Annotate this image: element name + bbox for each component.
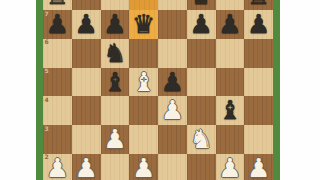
square-a8[interactable]: 8♜ [43, 0, 72, 10]
square-c2[interactable] [101, 154, 130, 180]
square-h6[interactable] [244, 39, 273, 68]
square-b6[interactable] [72, 39, 101, 68]
square-g3[interactable] [216, 125, 245, 154]
square-g8[interactable] [216, 0, 245, 10]
square-e2[interactable] [158, 154, 187, 180]
rank-label-7: 7 [45, 11, 49, 17]
black-bishop-c5[interactable]: ♝ [103, 68, 126, 97]
square-h3[interactable] [244, 125, 273, 154]
square-f3[interactable]: ♞ [187, 125, 216, 154]
page: 8♜♚♜7♟♟♟♛♟♟♟6♞5♝♝♟4♟♝3♟♞2♟♟♟♟♟1 [0, 0, 320, 180]
square-e5[interactable]: ♟ [158, 68, 187, 97]
square-f8[interactable]: ♚ [187, 0, 216, 10]
rank-label-3: 3 [45, 126, 49, 132]
black-pawn-c7[interactable]: ♟ [103, 10, 126, 39]
rank-label-5: 5 [45, 68, 49, 74]
square-a4[interactable]: 4 [43, 96, 72, 125]
square-c3[interactable]: ♟ [101, 125, 130, 154]
square-d3[interactable] [129, 125, 158, 154]
square-e4[interactable]: ♟ [158, 96, 187, 125]
square-e8[interactable] [158, 0, 187, 10]
square-b7[interactable]: ♟ [72, 10, 101, 39]
white-knight-f3[interactable]: ♞ [189, 125, 212, 154]
white-pawn-h2[interactable]: ♟ [247, 154, 270, 180]
square-g7[interactable]: ♟ [216, 10, 245, 39]
square-f7[interactable]: ♟ [187, 10, 216, 39]
square-h2[interactable]: ♟ [244, 154, 273, 180]
square-f2[interactable] [187, 154, 216, 180]
black-queen-d7[interactable]: ♛ [132, 10, 155, 39]
black-pawn-e5[interactable]: ♟ [161, 68, 184, 97]
white-bishop-d5[interactable]: ♝ [132, 68, 155, 97]
square-b8[interactable] [72, 0, 101, 10]
square-c8[interactable] [101, 0, 130, 10]
black-king-f8[interactable]: ♚ [189, 0, 212, 10]
square-a5[interactable]: 5 [43, 68, 72, 97]
square-f4[interactable] [187, 96, 216, 125]
square-h7[interactable]: ♟ [244, 10, 273, 39]
square-d2[interactable]: ♟ [129, 154, 158, 180]
square-e7[interactable] [158, 10, 187, 39]
rank-label-6: 6 [45, 39, 49, 45]
white-pawn-b2[interactable]: ♟ [74, 154, 97, 180]
square-d5[interactable]: ♝ [129, 68, 158, 97]
white-pawn-d2[interactable]: ♟ [132, 154, 155, 180]
white-pawn-a2[interactable]: ♟ [46, 154, 69, 180]
black-knight-c6[interactable]: ♞ [103, 39, 126, 68]
square-h4[interactable] [244, 96, 273, 125]
square-g2[interactable]: ♟ [216, 154, 245, 180]
black-pawn-g7[interactable]: ♟ [218, 10, 241, 39]
black-pawn-b7[interactable]: ♟ [74, 10, 97, 39]
rank-label-4: 4 [45, 97, 49, 103]
square-b3[interactable] [72, 125, 101, 154]
square-a6[interactable]: 6 [43, 39, 72, 68]
black-pawn-h7[interactable]: ♟ [247, 10, 270, 39]
square-b2[interactable]: ♟ [72, 154, 101, 180]
rank-label-2: 2 [45, 154, 49, 160]
square-e6[interactable] [158, 39, 187, 68]
white-pawn-g2[interactable]: ♟ [218, 154, 241, 180]
square-b4[interactable] [72, 96, 101, 125]
square-d7[interactable]: ♛ [129, 10, 158, 39]
square-c7[interactable]: ♟ [101, 10, 130, 39]
square-c6[interactable]: ♞ [101, 39, 130, 68]
square-b5[interactable] [72, 68, 101, 97]
black-rook-a8[interactable]: ♜ [46, 0, 69, 10]
square-h8[interactable]: ♜ [244, 0, 273, 10]
square-f6[interactable] [187, 39, 216, 68]
white-pawn-e4[interactable]: ♟ [161, 96, 184, 125]
square-a3[interactable]: 3 [43, 125, 72, 154]
black-pawn-a7[interactable]: ♟ [46, 10, 69, 39]
square-g6[interactable] [216, 39, 245, 68]
square-e3[interactable] [158, 125, 187, 154]
square-d8[interactable] [129, 0, 158, 10]
chess-board: 8♜♚♜7♟♟♟♛♟♟♟6♞5♝♝♟4♟♝3♟♞2♟♟♟♟♟1 [43, 0, 273, 180]
black-pawn-f7[interactable]: ♟ [189, 10, 212, 39]
square-f5[interactable] [187, 68, 216, 97]
board-viewport: 8♜♚♜7♟♟♟♛♟♟♟6♞5♝♝♟4♟♝3♟♞2♟♟♟♟♟1 [43, 0, 273, 180]
square-a7[interactable]: 7♟ [43, 10, 72, 39]
square-d4[interactable] [129, 96, 158, 125]
square-c4[interactable] [101, 96, 130, 125]
black-bishop-g4[interactable]: ♝ [218, 96, 241, 125]
square-g5[interactable] [216, 68, 245, 97]
square-a2[interactable]: 2♟ [43, 154, 72, 180]
white-pawn-c3[interactable]: ♟ [103, 125, 126, 154]
square-h5[interactable] [244, 68, 273, 97]
square-c5[interactable]: ♝ [101, 68, 130, 97]
black-rook-h8[interactable]: ♜ [247, 0, 270, 10]
square-d6[interactable] [129, 39, 158, 68]
square-g4[interactable]: ♝ [216, 96, 245, 125]
